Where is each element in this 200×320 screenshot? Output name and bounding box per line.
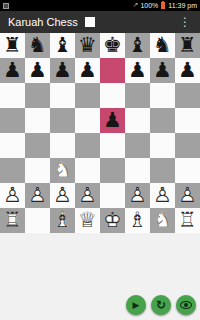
black-bishop: ♝ — [50, 33, 75, 58]
white-queen-outline: ♕ — [75, 208, 100, 233]
square-e5[interactable]: ♟ — [100, 108, 125, 133]
square-h2[interactable]: ♟♙ — [175, 183, 200, 208]
square-b3[interactable] — [25, 158, 50, 183]
square-a3[interactable] — [0, 158, 25, 183]
white-bishop: ♝ — [50, 208, 75, 233]
white-pawn: ♟ — [150, 183, 175, 208]
square-h3[interactable] — [175, 158, 200, 183]
black-pawn: ♟ — [75, 58, 100, 83]
square-f7[interactable]: ♟ — [125, 58, 150, 83]
square-a6[interactable] — [0, 83, 25, 108]
white-bishop: ♝ — [125, 208, 150, 233]
square-h4[interactable] — [175, 133, 200, 158]
white-rook-outline: ♖ — [0, 208, 25, 233]
black-pawn: ♟ — [50, 58, 75, 83]
black-knight: ♞ — [150, 33, 175, 58]
black-bishop: ♝ — [125, 33, 150, 58]
refresh-icon: ↻ — [156, 299, 166, 311]
square-b8[interactable]: ♞ — [25, 33, 50, 58]
square-d1[interactable]: ♛♕ — [75, 208, 100, 233]
overflow-menu-button[interactable]: ⋮ — [178, 16, 192, 28]
white-pawn: ♟ — [175, 183, 200, 208]
white-rook: ♜ — [0, 208, 25, 233]
black-pawn: ♟ — [125, 58, 150, 83]
square-a4[interactable] — [0, 133, 25, 158]
white-pawn-outline: ♙ — [25, 183, 50, 208]
black-pawn: ♟ — [25, 58, 50, 83]
black-queen: ♛ — [75, 33, 100, 58]
square-g8[interactable]: ♞ — [150, 33, 175, 58]
app-bar: Karuah Chess ⋮ — [0, 11, 200, 33]
black-king: ♚ — [100, 33, 125, 58]
square-e2[interactable] — [100, 183, 125, 208]
battery-icon — [161, 2, 165, 9]
square-d7[interactable]: ♟ — [75, 58, 100, 83]
black-pawn: ♟ — [0, 58, 25, 83]
square-c4[interactable] — [50, 133, 75, 158]
square-d3[interactable] — [75, 158, 100, 183]
square-h5[interactable] — [175, 108, 200, 133]
square-f5[interactable] — [125, 108, 150, 133]
square-f4[interactable] — [125, 133, 150, 158]
square-c6[interactable] — [50, 83, 75, 108]
square-f2[interactable]: ♟♙ — [125, 183, 150, 208]
square-e1[interactable]: ♚♔ — [100, 208, 125, 233]
square-a1[interactable]: ♜♖ — [0, 208, 25, 233]
black-rook: ♜ — [0, 33, 25, 58]
white-pawn: ♟ — [25, 183, 50, 208]
show-button[interactable] — [176, 295, 196, 315]
chess-board: ♜♞♝♛♚♝♞♜♟♟♟♟♟♟♟♟♞♘♟♙♟♙♟♙♟♙♟♙♟♙♟♙♜♖♝♗♛♕♚♔… — [0, 33, 200, 233]
square-e3[interactable] — [100, 158, 125, 183]
black-pawn: ♟ — [175, 58, 200, 83]
black-knight: ♞ — [25, 33, 50, 58]
white-king: ♚ — [100, 208, 125, 233]
white-pawn-outline: ♙ — [150, 183, 175, 208]
square-b5[interactable] — [25, 108, 50, 133]
square-e4[interactable] — [100, 133, 125, 158]
square-h8[interactable]: ♜ — [175, 33, 200, 58]
square-c8[interactable]: ♝ — [50, 33, 75, 58]
play-button[interactable]: ▶ — [126, 295, 146, 315]
reset-button[interactable]: ↻ — [151, 295, 171, 315]
white-king-outline: ♔ — [100, 208, 125, 233]
square-a5[interactable] — [0, 108, 25, 133]
white-pawn: ♟ — [50, 183, 75, 208]
square-b4[interactable] — [25, 133, 50, 158]
square-d5[interactable] — [75, 108, 100, 133]
square-e6[interactable] — [100, 83, 125, 108]
white-turn-indicator — [85, 17, 95, 27]
square-d4[interactable] — [75, 133, 100, 158]
square-f6[interactable] — [125, 83, 150, 108]
square-d8[interactable]: ♛ — [75, 33, 100, 58]
app-title: Karuah Chess — [8, 16, 78, 28]
signal-arrow-icon: ↗ — [133, 2, 139, 9]
white-pawn-outline: ♙ — [50, 183, 75, 208]
white-pawn: ♟ — [125, 183, 150, 208]
white-pawn-outline: ♙ — [175, 183, 200, 208]
square-h6[interactable] — [175, 83, 200, 108]
play-arrow-icon: ▶ — [133, 300, 140, 310]
white-bishop-outline: ♗ — [50, 208, 75, 233]
white-knight: ♞ — [50, 158, 75, 183]
white-pawn-outline: ♙ — [0, 183, 25, 208]
square-g6[interactable] — [150, 83, 175, 108]
square-b7[interactable]: ♟ — [25, 58, 50, 83]
square-b1[interactable] — [25, 208, 50, 233]
square-g3[interactable] — [150, 158, 175, 183]
square-b2[interactable]: ♟♙ — [25, 183, 50, 208]
square-g1[interactable]: ♞♘ — [150, 208, 175, 233]
square-c3[interactable]: ♞♘ — [50, 158, 75, 183]
square-d6[interactable] — [75, 83, 100, 108]
notification-app-icon — [3, 3, 9, 9]
white-knight-outline: ♘ — [50, 158, 75, 183]
square-a7[interactable]: ♟ — [0, 58, 25, 83]
white-knight: ♞ — [150, 208, 175, 233]
square-g7[interactable]: ♟ — [150, 58, 175, 83]
square-c7[interactable]: ♟ — [50, 58, 75, 83]
square-b6[interactable] — [25, 83, 50, 108]
square-e8[interactable]: ♚ — [100, 33, 125, 58]
square-e7[interactable] — [100, 58, 125, 83]
square-f3[interactable] — [125, 158, 150, 183]
white-pawn-outline: ♙ — [75, 183, 100, 208]
karuah-chess-app: ↗ 100% 11:39 pm Karuah Chess ⋮ ♜♞♝♛♚♝♞♜♟… — [0, 0, 200, 320]
black-rook: ♜ — [175, 33, 200, 58]
square-c2[interactable]: ♟♙ — [50, 183, 75, 208]
black-pawn: ♟ — [150, 58, 175, 83]
white-knight-outline: ♘ — [150, 208, 175, 233]
square-c5[interactable] — [50, 108, 75, 133]
clock-label: 11:39 pm — [168, 2, 197, 10]
square-g5[interactable] — [150, 108, 175, 133]
square-g2[interactable]: ♟♙ — [150, 183, 175, 208]
square-f8[interactable]: ♝ — [125, 33, 150, 58]
square-c1[interactable]: ♝♗ — [50, 208, 75, 233]
square-g4[interactable] — [150, 133, 175, 158]
white-pawn: ♟ — [75, 183, 100, 208]
white-bishop-outline: ♗ — [125, 208, 150, 233]
square-h7[interactable]: ♟ — [175, 58, 200, 83]
square-a8[interactable]: ♜ — [0, 33, 25, 58]
square-d2[interactable]: ♟♙ — [75, 183, 100, 208]
white-queen: ♛ — [75, 208, 100, 233]
white-pawn-outline: ♙ — [125, 183, 150, 208]
control-panel: ▶ ↻ — [0, 233, 200, 320]
white-pawn: ♟ — [0, 183, 25, 208]
white-rook-outline: ♖ — [175, 208, 200, 233]
battery-percent-label: 100% — [140, 2, 158, 10]
eye-icon — [180, 301, 192, 309]
black-pawn: ♟ — [100, 108, 125, 133]
square-h1[interactable]: ♜♖ — [175, 208, 200, 233]
white-rook: ♜ — [175, 208, 200, 233]
square-f1[interactable]: ♝♗ — [125, 208, 150, 233]
square-a2[interactable]: ♟♙ — [0, 183, 25, 208]
status-bar: ↗ 100% 11:39 pm — [0, 0, 200, 11]
